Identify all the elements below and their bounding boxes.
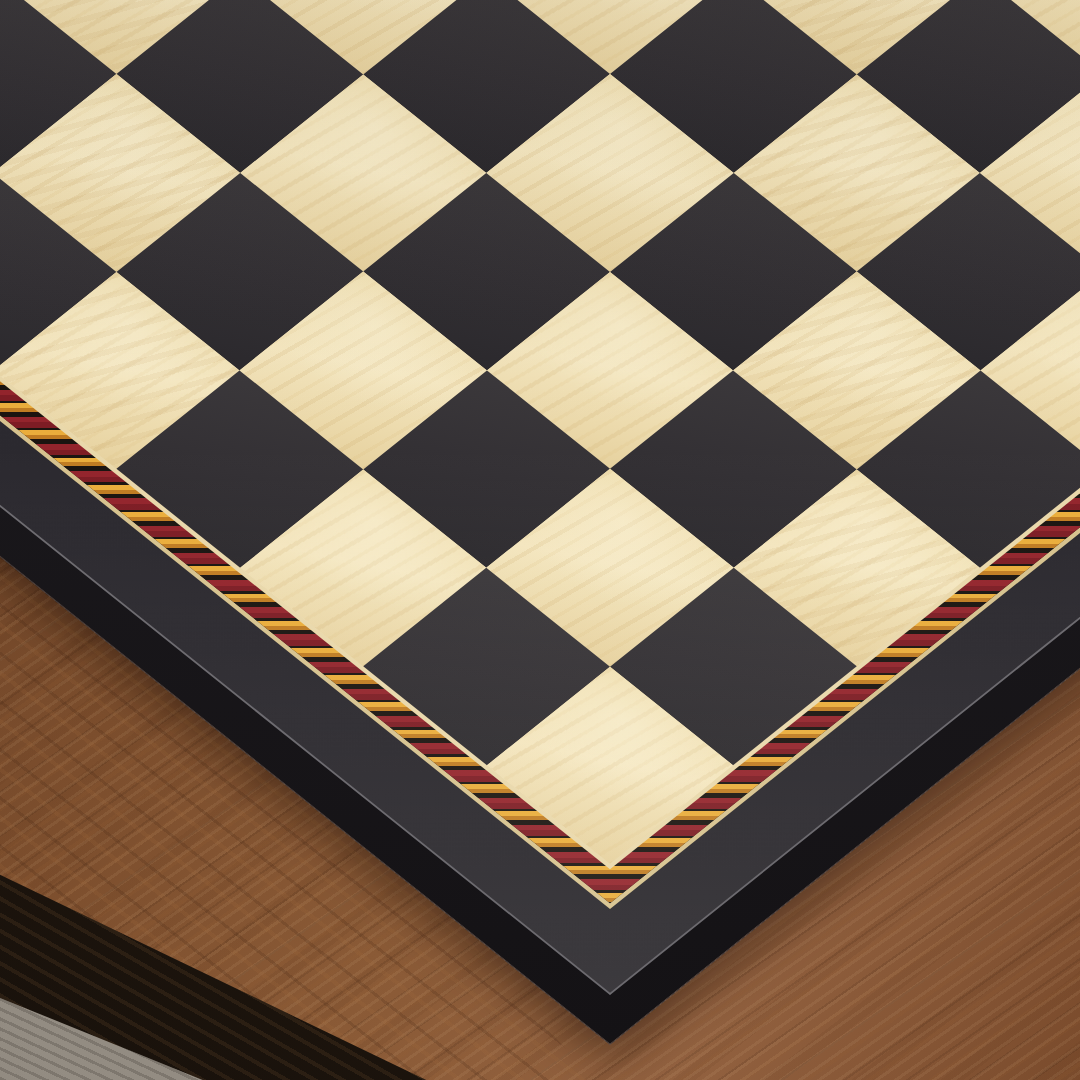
photo-stage bbox=[0, 0, 1080, 1080]
